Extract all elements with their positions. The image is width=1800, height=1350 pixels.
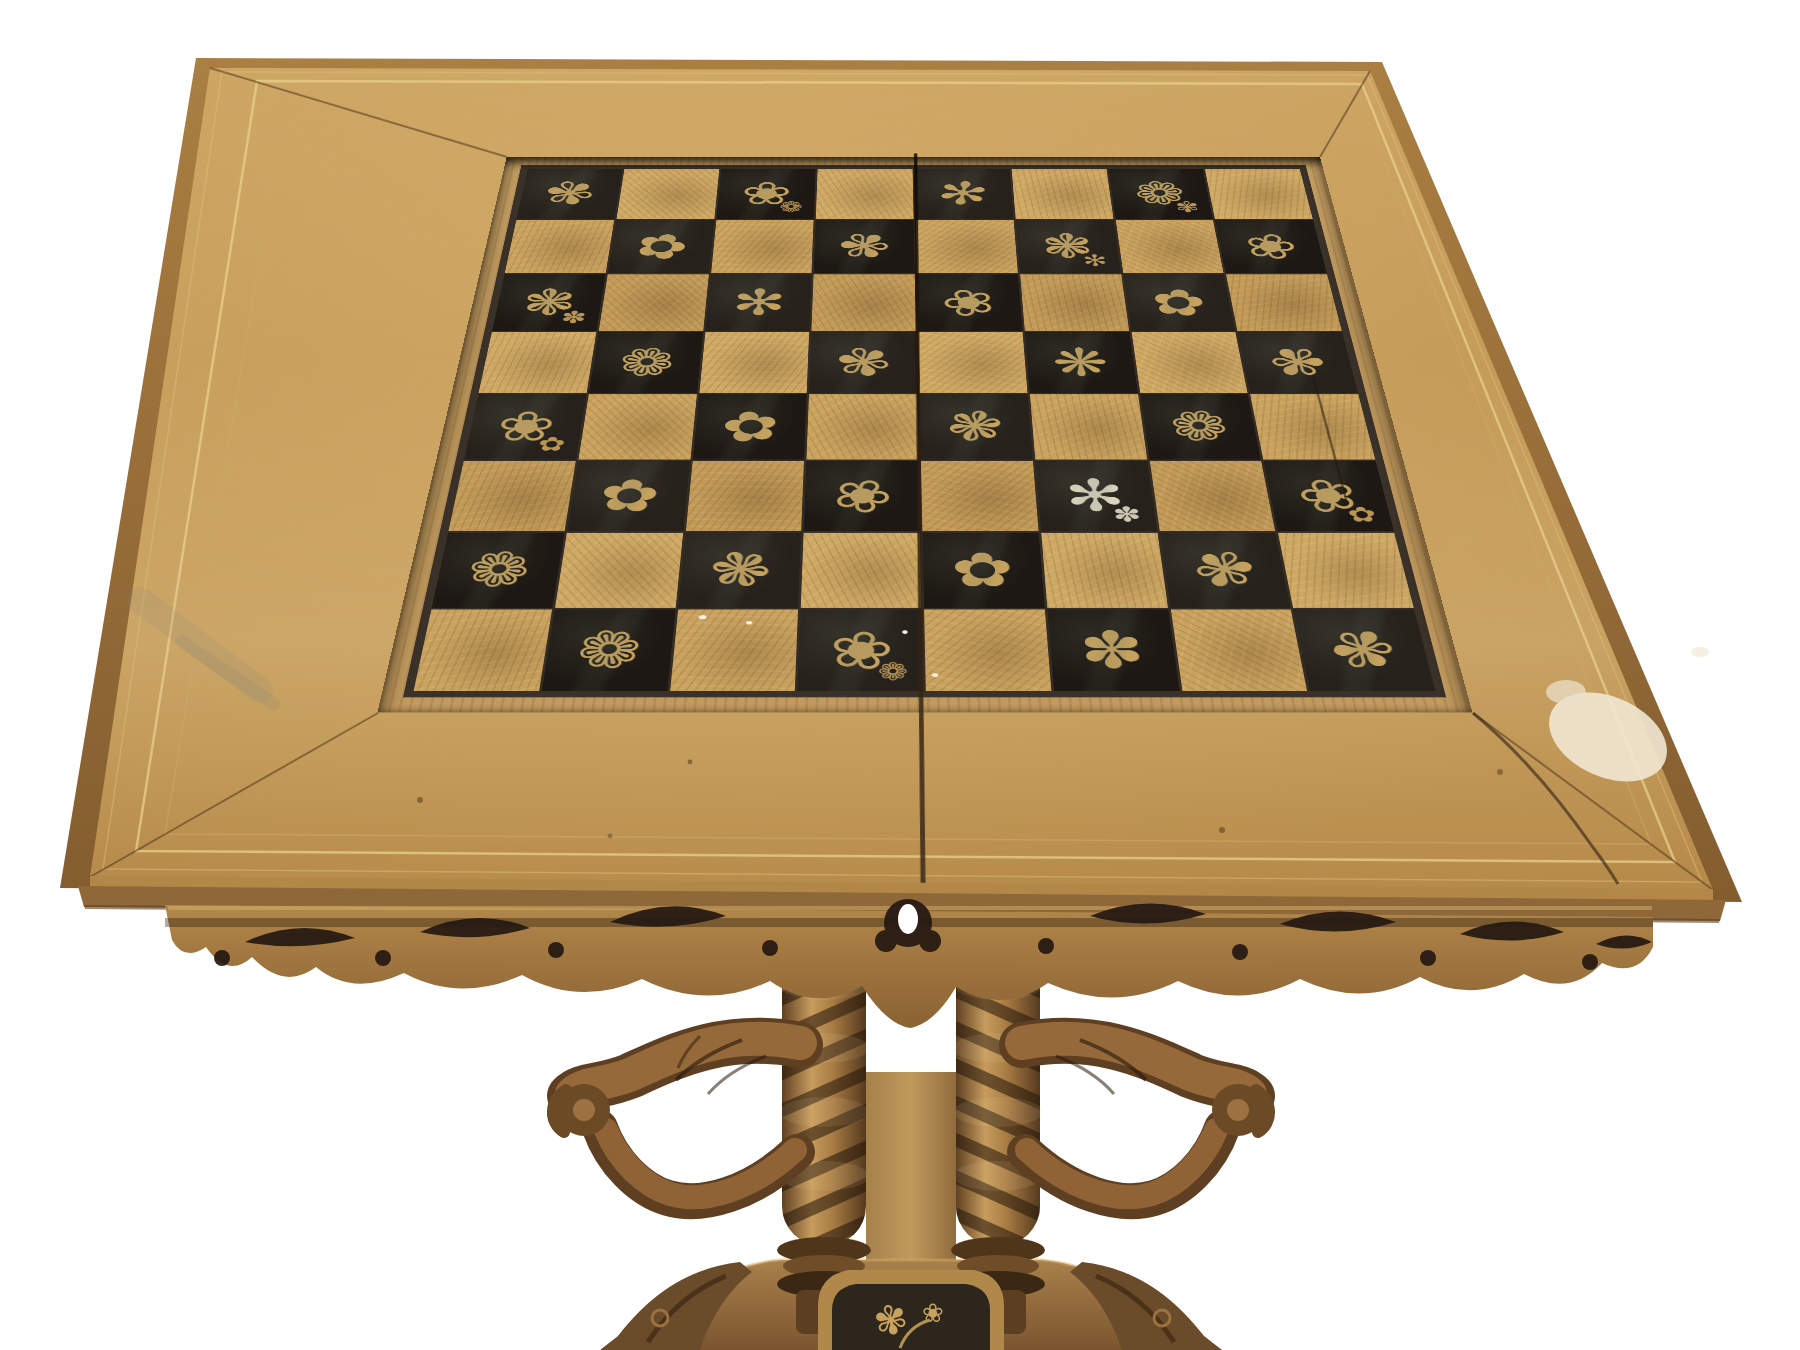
svg-text:❀: ❀ (922, 1298, 944, 1328)
table-base: ✾ ❀ (0, 0, 1800, 1350)
product-photo-victorian-chess-table: { "game": "chess", "description": "Victo… (0, 0, 1800, 1350)
fretwork-apron (165, 899, 1653, 1028)
right-scroll-leg (1022, 1039, 1269, 1201)
fretwork-keyhole-opening (898, 904, 918, 934)
base-inlay-panel: ✾ ❀ (818, 1270, 1004, 1350)
pedestal-stem (866, 1072, 956, 1272)
left-scroll-leg (553, 1036, 800, 1201)
